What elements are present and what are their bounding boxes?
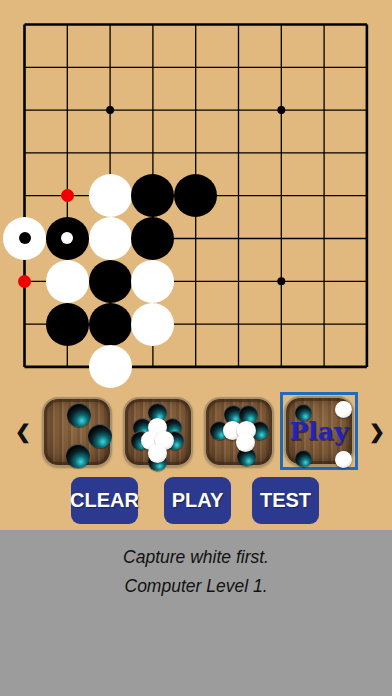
board-intersection[interactable] [174, 131, 217, 174]
board-intersection[interactable] [46, 131, 89, 174]
board-intersection[interactable] [174, 303, 217, 346]
board-intersection[interactable] [3, 89, 46, 132]
white-stone [89, 174, 132, 217]
board-intersection[interactable] [46, 345, 89, 388]
board-intersection[interactable] [345, 174, 388, 217]
board-intersection[interactable] [303, 217, 346, 260]
black-mini-stone [67, 403, 91, 427]
board-intersection[interactable] [345, 217, 388, 260]
board-intersection[interactable] [131, 174, 174, 217]
board-intersection[interactable] [89, 3, 132, 46]
board-intersection[interactable] [3, 174, 46, 217]
carousel-left-arrow-icon[interactable]: ❮ [15, 421, 31, 443]
board-intersection[interactable] [89, 89, 132, 132]
board-intersection[interactable] [131, 345, 174, 388]
board-intersection[interactable] [303, 174, 346, 217]
red-dot-marker [61, 189, 74, 202]
black-mini-stone [66, 444, 90, 468]
board-intersection[interactable] [303, 303, 346, 346]
board-intersection[interactable] [174, 89, 217, 132]
play-icon-label: Play [286, 417, 352, 446]
board-intersection[interactable] [89, 131, 132, 174]
board-intersection[interactable] [345, 46, 388, 89]
board-intersection[interactable] [131, 46, 174, 89]
board-intersection[interactable] [174, 46, 217, 89]
white-stone [46, 260, 89, 303]
board-intersection[interactable] [260, 131, 303, 174]
board-intersection[interactable] [345, 131, 388, 174]
board-intersection[interactable] [174, 174, 217, 217]
board-intersection[interactable] [260, 89, 303, 132]
board-intersection[interactable] [46, 3, 89, 46]
board-intersection[interactable] [3, 131, 46, 174]
play-mode-icon[interactable]: Play [284, 396, 354, 466]
board-intersection[interactable] [303, 345, 346, 388]
board-intersection[interactable] [303, 131, 346, 174]
board-intersection[interactable] [217, 345, 260, 388]
board-intersection[interactable] [260, 46, 303, 89]
black-stone [46, 217, 89, 260]
status-panel: Capture white first. Computer Level 1. [0, 530, 392, 696]
black-dot-marker [19, 232, 31, 244]
board-intersection[interactable] [174, 345, 217, 388]
board-intersection[interactable] [46, 89, 89, 132]
black-stone [46, 303, 89, 346]
carousel-right-arrow-icon[interactable]: ❯ [369, 421, 385, 443]
board-intersection[interactable] [3, 217, 46, 260]
white-mini-stone [236, 433, 255, 452]
board-intersection[interactable] [131, 217, 174, 260]
problem-icon-3[interactable] [204, 397, 274, 467]
board-intersection[interactable] [131, 89, 174, 132]
board-intersection[interactable] [131, 3, 174, 46]
board-intersection[interactable] [260, 174, 303, 217]
board-intersection[interactable] [345, 345, 388, 388]
board-intersection[interactable] [89, 260, 132, 303]
board-intersection[interactable] [89, 303, 132, 346]
board-intersection[interactable] [174, 260, 217, 303]
board-intersection[interactable] [46, 260, 89, 303]
black-stone [89, 303, 132, 346]
board-intersection[interactable] [217, 131, 260, 174]
board-intersection[interactable] [345, 303, 388, 346]
board-intersection[interactable] [3, 3, 46, 46]
board-intersection[interactable] [303, 89, 346, 132]
black-stone [131, 217, 174, 260]
white-stone [3, 217, 46, 260]
black-stone [89, 260, 132, 303]
go-board[interactable] [3, 3, 388, 388]
white-mini-stone [335, 451, 352, 468]
board-intersection[interactable] [217, 217, 260, 260]
black-stone [131, 174, 174, 217]
white-dot-marker [61, 232, 73, 244]
board-intersection[interactable] [217, 89, 260, 132]
white-stone [131, 303, 174, 346]
board-intersection[interactable] [89, 46, 132, 89]
white-stone [131, 260, 174, 303]
board-intersection[interactable] [3, 260, 46, 303]
status-line-2: Computer Level 1. [0, 572, 392, 601]
white-stone [89, 345, 132, 388]
board-intersection[interactable] [89, 345, 132, 388]
board-intersection[interactable] [345, 260, 388, 303]
board-intersection[interactable] [46, 174, 89, 217]
board-intersection[interactable] [345, 89, 388, 132]
selected-icon-frame: Play [280, 392, 358, 470]
board-intersection[interactable] [46, 217, 89, 260]
board-intersection[interactable] [217, 303, 260, 346]
play-button[interactable]: PLAY [164, 477, 231, 524]
board-intersection[interactable] [174, 3, 217, 46]
white-mini-stone [148, 444, 167, 463]
app-screen: ❮ Play ❯ CLEAR PLAY TEST Capture white f… [0, 0, 392, 696]
board-intersection[interactable] [131, 303, 174, 346]
board-intersection[interactable] [46, 303, 89, 346]
board-intersection[interactable] [89, 174, 132, 217]
black-stone [174, 174, 217, 217]
board-intersection[interactable] [3, 303, 46, 346]
board-intersection[interactable] [174, 217, 217, 260]
board-intersection[interactable] [260, 3, 303, 46]
test-button[interactable]: TEST [252, 477, 319, 524]
board-intersection[interactable] [3, 345, 46, 388]
board-intersection[interactable] [303, 260, 346, 303]
red-dot-marker [18, 275, 31, 288]
board-intersection[interactable] [217, 174, 260, 217]
board-intersection[interactable] [217, 46, 260, 89]
board-intersection[interactable] [217, 3, 260, 46]
black-mini-stone [88, 424, 112, 448]
board-intersection[interactable] [46, 46, 89, 89]
status-line-1: Capture white first. [0, 543, 392, 572]
board-intersection[interactable] [260, 217, 303, 260]
white-stone [89, 217, 132, 260]
white-mini-stone [335, 401, 352, 418]
board-intersection[interactable] [260, 303, 303, 346]
board-intersection[interactable] [303, 46, 346, 89]
board-intersection[interactable] [3, 46, 46, 89]
board-intersection[interactable] [89, 217, 132, 260]
problem-icon-1[interactable] [42, 397, 112, 467]
board-intersection[interactable] [303, 3, 346, 46]
board-intersection[interactable] [131, 260, 174, 303]
board-intersection[interactable] [345, 3, 388, 46]
board-intersection[interactable] [260, 260, 303, 303]
black-mini-stone [295, 450, 312, 467]
problem-icon-2[interactable] [123, 397, 193, 467]
board-intersection[interactable] [217, 260, 260, 303]
board-intersection[interactable] [131, 131, 174, 174]
board-intersection[interactable] [260, 345, 303, 388]
clear-button[interactable]: CLEAR [71, 477, 138, 524]
